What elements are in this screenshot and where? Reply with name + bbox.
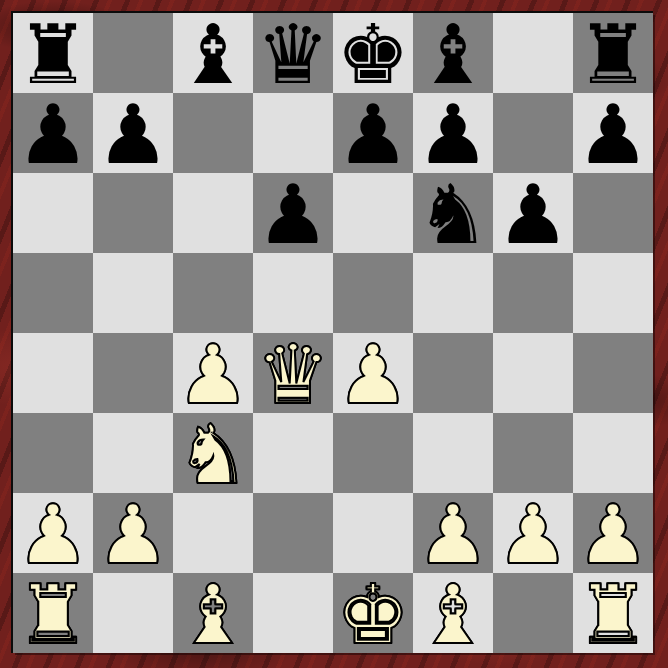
square-f4[interactable] xyxy=(413,333,493,413)
white-pawn-b2[interactable]: ♟ xyxy=(96,494,170,576)
square-c8[interactable]: ♝ xyxy=(173,13,253,93)
square-c3[interactable]: ♞ xyxy=(173,413,253,493)
square-a4[interactable] xyxy=(13,333,93,413)
square-c1[interactable]: ♝ xyxy=(173,573,253,653)
black-bishop-c8[interactable]: ♝ xyxy=(176,14,250,96)
black-pawn-d6[interactable]: ♟ xyxy=(256,174,330,256)
square-h2[interactable]: ♟ xyxy=(573,493,653,573)
square-d1[interactable] xyxy=(253,573,333,653)
white-rook-a1[interactable]: ♜ xyxy=(16,574,90,656)
square-b1[interactable] xyxy=(93,573,173,653)
square-h1[interactable]: ♜ xyxy=(573,573,653,653)
black-queen-d8[interactable]: ♛ xyxy=(256,14,330,96)
white-pawn-g2[interactable]: ♟ xyxy=(496,494,570,576)
square-b8[interactable] xyxy=(93,13,173,93)
chess-board: ♜♝♛♚♝♜♟♟♟♟♟♟♞♟♟♛♟♞♟♟♟♟♟♜♝♚♝♜ xyxy=(13,13,653,653)
square-a8[interactable]: ♜ xyxy=(13,13,93,93)
square-b2[interactable]: ♟ xyxy=(93,493,173,573)
square-d6[interactable]: ♟ xyxy=(253,173,333,253)
black-rook-a8[interactable]: ♜ xyxy=(16,14,90,96)
square-f7[interactable]: ♟ xyxy=(413,93,493,173)
square-d4[interactable]: ♛ xyxy=(253,333,333,413)
square-f1[interactable]: ♝ xyxy=(413,573,493,653)
black-rook-h8[interactable]: ♜ xyxy=(576,14,650,96)
square-f3[interactable] xyxy=(413,413,493,493)
square-e2[interactable] xyxy=(333,493,413,573)
square-a7[interactable]: ♟ xyxy=(13,93,93,173)
square-b4[interactable] xyxy=(93,333,173,413)
square-h8[interactable]: ♜ xyxy=(573,13,653,93)
white-knight-c3[interactable]: ♞ xyxy=(176,414,250,496)
square-a6[interactable] xyxy=(13,173,93,253)
square-h6[interactable] xyxy=(573,173,653,253)
square-d3[interactable] xyxy=(253,413,333,493)
square-f6[interactable]: ♞ xyxy=(413,173,493,253)
square-b3[interactable] xyxy=(93,413,173,493)
square-c2[interactable] xyxy=(173,493,253,573)
square-e6[interactable] xyxy=(333,173,413,253)
square-e1[interactable]: ♚ xyxy=(333,573,413,653)
square-c5[interactable] xyxy=(173,253,253,333)
square-d7[interactable] xyxy=(253,93,333,173)
square-b7[interactable]: ♟ xyxy=(93,93,173,173)
square-e8[interactable]: ♚ xyxy=(333,13,413,93)
square-e3[interactable] xyxy=(333,413,413,493)
black-knight-f6[interactable]: ♞ xyxy=(416,174,490,256)
white-queen-d4[interactable]: ♛ xyxy=(256,334,330,416)
square-d8[interactable]: ♛ xyxy=(253,13,333,93)
white-pawn-e4[interactable]: ♟ xyxy=(336,334,410,416)
black-bishop-f8[interactable]: ♝ xyxy=(416,14,490,96)
black-pawn-e7[interactable]: ♟ xyxy=(336,94,410,176)
black-pawn-g6[interactable]: ♟ xyxy=(496,174,570,256)
square-a3[interactable] xyxy=(13,413,93,493)
square-g3[interactable] xyxy=(493,413,573,493)
square-a1[interactable]: ♜ xyxy=(13,573,93,653)
white-bishop-c1[interactable]: ♝ xyxy=(176,574,250,656)
square-a5[interactable] xyxy=(13,253,93,333)
square-b5[interactable] xyxy=(93,253,173,333)
square-e5[interactable] xyxy=(333,253,413,333)
square-g1[interactable] xyxy=(493,573,573,653)
square-b6[interactable] xyxy=(93,173,173,253)
square-f8[interactable]: ♝ xyxy=(413,13,493,93)
square-h3[interactable] xyxy=(573,413,653,493)
square-a2[interactable]: ♟ xyxy=(13,493,93,573)
square-h4[interactable] xyxy=(573,333,653,413)
white-pawn-h2[interactable]: ♟ xyxy=(576,494,650,576)
square-h5[interactable] xyxy=(573,253,653,333)
square-g8[interactable] xyxy=(493,13,573,93)
square-c7[interactable] xyxy=(173,93,253,173)
white-bishop-f1[interactable]: ♝ xyxy=(416,574,490,656)
square-c6[interactable] xyxy=(173,173,253,253)
square-g2[interactable]: ♟ xyxy=(493,493,573,573)
white-pawn-a2[interactable]: ♟ xyxy=(16,494,90,576)
square-h7[interactable]: ♟ xyxy=(573,93,653,173)
square-g5[interactable] xyxy=(493,253,573,333)
square-e4[interactable]: ♟ xyxy=(333,333,413,413)
white-king-e1[interactable]: ♚ xyxy=(336,574,410,656)
square-d2[interactable] xyxy=(253,493,333,573)
square-g7[interactable] xyxy=(493,93,573,173)
white-pawn-f2[interactable]: ♟ xyxy=(416,494,490,576)
black-king-e8[interactable]: ♚ xyxy=(336,14,410,96)
square-d5[interactable] xyxy=(253,253,333,333)
black-pawn-f7[interactable]: ♟ xyxy=(416,94,490,176)
white-rook-h1[interactable]: ♜ xyxy=(576,574,650,656)
black-pawn-a7[interactable]: ♟ xyxy=(16,94,90,176)
white-pawn-c4[interactable]: ♟ xyxy=(176,334,250,416)
square-g4[interactable] xyxy=(493,333,573,413)
square-g6[interactable]: ♟ xyxy=(493,173,573,253)
board-frame: ♜♝♛♚♝♜♟♟♟♟♟♟♞♟♟♛♟♞♟♟♟♟♟♜♝♚♝♜ xyxy=(0,0,668,668)
square-c4[interactable]: ♟ xyxy=(173,333,253,413)
square-f2[interactable]: ♟ xyxy=(413,493,493,573)
black-pawn-b7[interactable]: ♟ xyxy=(96,94,170,176)
square-e7[interactable]: ♟ xyxy=(333,93,413,173)
square-f5[interactable] xyxy=(413,253,493,333)
black-pawn-h7[interactable]: ♟ xyxy=(576,94,650,176)
